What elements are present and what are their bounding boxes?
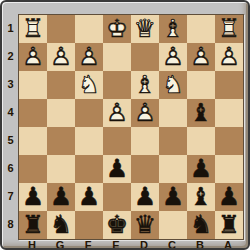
- file-label-b: B: [186, 239, 214, 250]
- piece-white-pawn-e4[interactable]: ♟♙: [103, 99, 131, 127]
- square-a2[interactable]: ♟♙: [215, 43, 243, 71]
- piece-white-pawn-c2[interactable]: ♟♙: [159, 43, 187, 71]
- file-label-e: E: [102, 239, 130, 250]
- file-label-f: F: [74, 239, 102, 250]
- piece-black-pawn-h7[interactable]: ♟: [19, 183, 47, 211]
- rank-label-5: 5: [4, 126, 17, 154]
- square-e1[interactable]: ♚♔: [103, 15, 131, 43]
- white-rook-outline-icon: ♖: [215, 15, 243, 43]
- black-pawn-icon: ♟: [75, 183, 103, 211]
- square-e5[interactable]: [103, 127, 131, 155]
- piece-black-queen-d8[interactable]: ♛: [131, 211, 159, 239]
- square-h3[interactable]: [19, 71, 47, 99]
- square-f2[interactable]: ♟♙: [75, 43, 103, 71]
- square-b1[interactable]: [187, 15, 215, 43]
- square-g5[interactable]: [47, 127, 75, 155]
- square-b3[interactable]: [187, 71, 215, 99]
- piece-black-king-e8[interactable]: ♚: [103, 211, 131, 239]
- rank-label-2: 2: [4, 42, 17, 70]
- square-e4[interactable]: ♟♙: [103, 99, 131, 127]
- black-pawn-icon: ♟: [187, 155, 215, 183]
- square-d4[interactable]: ♟♙: [131, 99, 159, 127]
- square-f6[interactable]: [75, 155, 103, 183]
- square-b2[interactable]: ♟♙: [187, 43, 215, 71]
- piece-black-rook-a8[interactable]: ♜: [215, 211, 243, 239]
- square-h7[interactable]: ♟: [19, 183, 47, 211]
- piece-black-pawn-f7[interactable]: ♟: [75, 183, 103, 211]
- square-d2[interactable]: [131, 43, 159, 71]
- black-king-icon: ♚: [103, 211, 131, 239]
- rank-labels: 1 2 3 4 5 6 7 8: [4, 14, 17, 238]
- square-h6[interactable]: [19, 155, 47, 183]
- black-pawn-icon: ♟: [215, 183, 243, 211]
- white-pawn-outline-icon: ♙: [215, 43, 243, 71]
- square-d8[interactable]: ♛: [131, 211, 159, 239]
- square-e6[interactable]: ♟: [103, 155, 131, 183]
- piece-black-bishop-b7[interactable]: ♝: [187, 183, 215, 211]
- square-g3[interactable]: [47, 71, 75, 99]
- square-e3[interactable]: [103, 71, 131, 99]
- rank-label-7: 7: [4, 182, 17, 210]
- file-label-c: C: [158, 239, 186, 250]
- square-f5[interactable]: [75, 127, 103, 155]
- square-c4[interactable]: [159, 99, 187, 127]
- chess-diagram-frame: 1 2 3 4 5 6 7 8 ♜♖♚♔♛♕♝♗♜♖♟♙♟♙♟♙♟♙♟♙♟♙♞♘…: [0, 0, 250, 250]
- square-a8[interactable]: ♜: [215, 211, 243, 239]
- square-f8[interactable]: [75, 211, 103, 239]
- black-rook-icon: ♜: [215, 211, 243, 239]
- piece-black-pawn-e6[interactable]: ♟: [103, 155, 131, 183]
- square-h8[interactable]: ♜: [19, 211, 47, 239]
- square-a7[interactable]: ♟: [215, 183, 243, 211]
- square-a3[interactable]: [215, 71, 243, 99]
- piece-white-pawn-b2[interactable]: ♟♙: [187, 43, 215, 71]
- rank-label-6: 6: [4, 154, 17, 182]
- square-f7[interactable]: ♟: [75, 183, 103, 211]
- white-bishop-outline-icon: ♗: [159, 15, 187, 43]
- piece-white-bishop-d3[interactable]: ♝♗: [131, 71, 159, 99]
- piece-white-pawn-g2[interactable]: ♟♙: [47, 43, 75, 71]
- square-g1[interactable]: [47, 15, 75, 43]
- white-rook-outline-icon: ♖: [19, 15, 47, 43]
- piece-black-bishop-b4[interactable]: ♝: [187, 99, 215, 127]
- white-pawn-outline-icon: ♙: [131, 99, 159, 127]
- square-f1[interactable]: [75, 15, 103, 43]
- square-c6[interactable]: [159, 155, 187, 183]
- square-a5[interactable]: [215, 127, 243, 155]
- square-c1[interactable]: ♝♗: [159, 15, 187, 43]
- piece-black-pawn-a7[interactable]: ♟: [215, 183, 243, 211]
- black-queen-icon: ♛: [131, 211, 159, 239]
- white-pawn-outline-icon: ♙: [159, 43, 187, 71]
- piece-white-pawn-d4[interactable]: ♟♙: [131, 99, 159, 127]
- square-e7[interactable]: [103, 183, 131, 211]
- piece-white-king-e1[interactable]: ♚♔: [103, 15, 131, 43]
- piece-white-knight-f3[interactable]: ♞♘: [75, 71, 103, 99]
- piece-white-pawn-f2[interactable]: ♟♙: [75, 43, 103, 71]
- rank-label-1: 1: [4, 14, 17, 42]
- square-h5[interactable]: [19, 127, 47, 155]
- square-c3[interactable]: ♞♘: [159, 71, 187, 99]
- rank-label-3: 3: [4, 70, 17, 98]
- white-pawn-outline-icon: ♙: [75, 43, 103, 71]
- square-e8[interactable]: ♚: [103, 211, 131, 239]
- black-pawn-icon: ♟: [131, 183, 159, 211]
- black-bishop-icon: ♝: [187, 99, 215, 127]
- square-h2[interactable]: ♟♙: [19, 43, 47, 71]
- piece-black-pawn-g7[interactable]: ♟: [47, 183, 75, 211]
- black-knight-icon: ♞: [187, 211, 215, 239]
- square-c2[interactable]: ♟♙: [159, 43, 187, 71]
- white-knight-outline-icon: ♘: [75, 71, 103, 99]
- file-label-a: A: [214, 239, 242, 250]
- black-knight-icon: ♞: [47, 211, 75, 239]
- square-b6[interactable]: ♟: [187, 155, 215, 183]
- piece-white-knight-c3[interactable]: ♞♘: [159, 71, 187, 99]
- white-queen-outline-icon: ♕: [131, 15, 159, 43]
- white-pawn-outline-icon: ♙: [187, 43, 215, 71]
- piece-black-pawn-b6[interactable]: ♟: [187, 155, 215, 183]
- piece-black-knight-b8[interactable]: ♞: [187, 211, 215, 239]
- square-g2[interactable]: ♟♙: [47, 43, 75, 71]
- square-c7[interactable]: ♟: [159, 183, 187, 211]
- file-label-g: G: [46, 239, 74, 250]
- square-f4[interactable]: [75, 99, 103, 127]
- square-b7[interactable]: ♝: [187, 183, 215, 211]
- piece-white-rook-a1[interactable]: ♜♖: [215, 15, 243, 43]
- square-d6[interactable]: [131, 155, 159, 183]
- square-h4[interactable]: [19, 99, 47, 127]
- piece-white-queen-d1[interactable]: ♛♕: [131, 15, 159, 43]
- rank-label-4: 4: [4, 98, 17, 126]
- square-d3[interactable]: ♝♗: [131, 71, 159, 99]
- piece-white-rook-h1[interactable]: ♜♖: [19, 15, 47, 43]
- file-label-d: D: [130, 239, 158, 250]
- square-g4[interactable]: [47, 99, 75, 127]
- white-bishop-outline-icon: ♗: [131, 71, 159, 99]
- white-pawn-outline-icon: ♙: [103, 99, 131, 127]
- square-b8[interactable]: ♞: [187, 211, 215, 239]
- square-g6[interactable]: [47, 155, 75, 183]
- white-pawn-outline-icon: ♙: [19, 43, 47, 71]
- square-h1[interactable]: ♜♖: [19, 15, 47, 43]
- square-c8[interactable]: [159, 211, 187, 239]
- square-a4[interactable]: [215, 99, 243, 127]
- file-label-h: H: [18, 239, 46, 250]
- square-f3[interactable]: ♞♘: [75, 71, 103, 99]
- white-pawn-outline-icon: ♙: [47, 43, 75, 71]
- square-e2[interactable]: [103, 43, 131, 71]
- white-knight-outline-icon: ♘: [159, 71, 187, 99]
- black-pawn-icon: ♟: [103, 155, 131, 183]
- black-pawn-icon: ♟: [47, 183, 75, 211]
- square-g7[interactable]: ♟: [47, 183, 75, 211]
- chess-board: ♜♖♚♔♛♕♝♗♜♖♟♙♟♙♟♙♟♙♟♙♟♙♞♘♝♗♞♘♟♙♟♙♝♟♟♟♟♟♟♟…: [18, 14, 244, 240]
- piece-white-bishop-c1[interactable]: ♝♗: [159, 15, 187, 43]
- square-b4[interactable]: ♝: [187, 99, 215, 127]
- black-pawn-icon: ♟: [19, 183, 47, 211]
- piece-black-rook-h8[interactable]: ♜: [19, 211, 47, 239]
- piece-black-knight-g8[interactable]: ♞: [47, 211, 75, 239]
- square-a1[interactable]: ♜♖: [215, 15, 243, 43]
- piece-black-pawn-c7[interactable]: ♟: [159, 183, 187, 211]
- square-d7[interactable]: ♟: [131, 183, 159, 211]
- square-a6[interactable]: [215, 155, 243, 183]
- piece-black-pawn-d7[interactable]: ♟: [131, 183, 159, 211]
- square-b5[interactable]: [187, 127, 215, 155]
- rank-label-8: 8: [4, 210, 17, 238]
- black-bishop-icon: ♝: [187, 183, 215, 211]
- piece-white-pawn-a2[interactable]: ♟♙: [215, 43, 243, 71]
- piece-white-pawn-h2[interactable]: ♟♙: [19, 43, 47, 71]
- square-g8[interactable]: ♞: [47, 211, 75, 239]
- file-labels: H G F E D C B A: [18, 239, 242, 250]
- square-d1[interactable]: ♛♕: [131, 15, 159, 43]
- black-pawn-icon: ♟: [159, 183, 187, 211]
- black-rook-icon: ♜: [19, 211, 47, 239]
- square-d5[interactable]: [131, 127, 159, 155]
- square-c5[interactable]: [159, 127, 187, 155]
- white-king-outline-icon: ♔: [103, 15, 131, 43]
